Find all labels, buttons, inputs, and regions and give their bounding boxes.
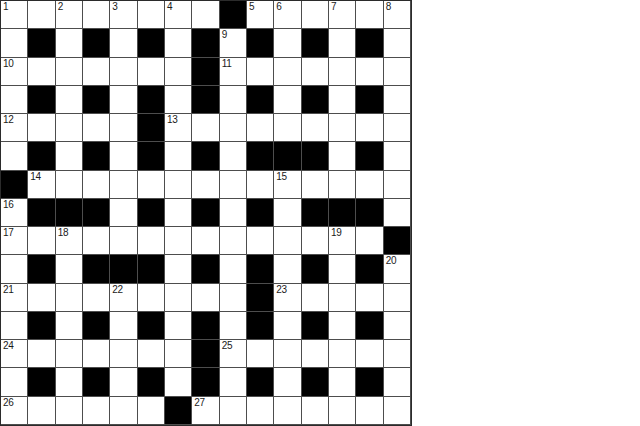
white-cell[interactable]: 9 bbox=[220, 29, 247, 57]
white-cell[interactable] bbox=[28, 397, 55, 425]
white-cell[interactable] bbox=[356, 58, 383, 86]
black-cell bbox=[247, 199, 274, 227]
clue-number: 25 bbox=[222, 340, 233, 351]
black-cell bbox=[220, 1, 247, 29]
white-cell[interactable] bbox=[329, 397, 356, 425]
white-cell[interactable] bbox=[110, 171, 137, 199]
black-cell bbox=[247, 368, 274, 396]
white-cell[interactable] bbox=[220, 199, 247, 227]
black-cell bbox=[138, 29, 165, 57]
white-cell[interactable] bbox=[138, 397, 165, 425]
black-cell bbox=[356, 368, 383, 396]
white-cell[interactable]: 25 bbox=[220, 340, 247, 368]
black-cell bbox=[28, 199, 55, 227]
black-cell bbox=[192, 86, 219, 114]
white-cell[interactable] bbox=[56, 114, 83, 142]
white-cell[interactable] bbox=[356, 397, 383, 425]
white-cell[interactable] bbox=[192, 114, 219, 142]
white-cell[interactable] bbox=[165, 171, 192, 199]
black-cell bbox=[28, 29, 55, 57]
black-cell bbox=[192, 58, 219, 86]
white-cell[interactable] bbox=[192, 227, 219, 255]
white-cell[interactable] bbox=[356, 284, 383, 312]
black-cell bbox=[28, 86, 55, 114]
white-cell[interactable] bbox=[274, 255, 301, 283]
white-cell[interactable]: 23 bbox=[274, 284, 301, 312]
black-cell bbox=[247, 255, 274, 283]
black-cell bbox=[302, 312, 329, 340]
white-cell[interactable] bbox=[138, 171, 165, 199]
white-cell[interactable] bbox=[165, 58, 192, 86]
black-cell bbox=[83, 86, 110, 114]
black-cell bbox=[247, 29, 274, 57]
white-cell[interactable] bbox=[83, 171, 110, 199]
white-cell[interactable] bbox=[302, 114, 329, 142]
white-cell[interactable] bbox=[220, 86, 247, 114]
black-cell bbox=[302, 142, 329, 170]
white-cell[interactable] bbox=[247, 171, 274, 199]
white-cell[interactable] bbox=[274, 227, 301, 255]
black-cell bbox=[138, 255, 165, 283]
white-cell[interactable]: 4 bbox=[165, 1, 192, 29]
black-cell bbox=[247, 142, 274, 170]
black-cell bbox=[28, 368, 55, 396]
black-cell bbox=[247, 86, 274, 114]
white-cell[interactable] bbox=[28, 284, 55, 312]
white-cell[interactable] bbox=[384, 142, 411, 170]
clue-number: 22 bbox=[112, 284, 123, 295]
white-cell[interactable] bbox=[247, 227, 274, 255]
white-cell[interactable]: 13 bbox=[165, 114, 192, 142]
white-cell[interactable] bbox=[384, 29, 411, 57]
white-cell[interactable] bbox=[220, 312, 247, 340]
white-cell[interactable]: 27 bbox=[192, 397, 219, 425]
white-cell[interactable] bbox=[138, 58, 165, 86]
white-cell[interactable] bbox=[56, 58, 83, 86]
white-cell[interactable] bbox=[28, 227, 55, 255]
white-cell[interactable] bbox=[56, 255, 83, 283]
black-cell bbox=[356, 86, 383, 114]
white-cell[interactable] bbox=[384, 171, 411, 199]
white-cell[interactable] bbox=[110, 227, 137, 255]
clue-number: 24 bbox=[3, 340, 14, 351]
white-cell[interactable] bbox=[274, 368, 301, 396]
white-cell[interactable] bbox=[220, 227, 247, 255]
white-cell[interactable]: 21 bbox=[1, 284, 28, 312]
white-cell[interactable] bbox=[220, 284, 247, 312]
white-cell[interactable] bbox=[83, 340, 110, 368]
clue-number: 11 bbox=[222, 58, 232, 69]
black-cell bbox=[192, 340, 219, 368]
white-cell[interactable] bbox=[384, 368, 411, 396]
white-cell[interactable] bbox=[302, 397, 329, 425]
clue-number: 14 bbox=[30, 171, 41, 182]
white-cell[interactable] bbox=[274, 199, 301, 227]
white-cell[interactable] bbox=[1, 368, 28, 396]
black-cell bbox=[138, 199, 165, 227]
black-cell bbox=[302, 199, 329, 227]
white-cell[interactable] bbox=[110, 368, 137, 396]
white-cell[interactable] bbox=[329, 86, 356, 114]
clue-number: 7 bbox=[331, 1, 336, 12]
white-cell[interactable] bbox=[1, 255, 28, 283]
white-cell[interactable]: 24 bbox=[1, 340, 28, 368]
white-cell[interactable] bbox=[384, 199, 411, 227]
clue-number: 27 bbox=[194, 397, 205, 408]
white-cell[interactable] bbox=[302, 340, 329, 368]
white-cell[interactable] bbox=[329, 312, 356, 340]
black-cell bbox=[302, 368, 329, 396]
white-cell[interactable] bbox=[356, 1, 383, 29]
white-cell[interactable] bbox=[165, 142, 192, 170]
white-cell[interactable] bbox=[110, 86, 137, 114]
clue-number: 26 bbox=[3, 397, 14, 408]
black-cell bbox=[192, 142, 219, 170]
black-cell bbox=[28, 142, 55, 170]
white-cell[interactable] bbox=[247, 58, 274, 86]
white-cell[interactable]: 18 bbox=[56, 227, 83, 255]
white-cell[interactable] bbox=[56, 171, 83, 199]
white-cell[interactable]: 16 bbox=[1, 199, 28, 227]
white-cell[interactable] bbox=[56, 312, 83, 340]
black-cell bbox=[274, 142, 301, 170]
black-cell bbox=[192, 368, 219, 396]
white-cell[interactable] bbox=[56, 29, 83, 57]
white-cell[interactable] bbox=[384, 86, 411, 114]
white-cell[interactable] bbox=[1, 142, 28, 170]
white-cell[interactable] bbox=[83, 58, 110, 86]
white-cell[interactable] bbox=[110, 312, 137, 340]
white-cell[interactable] bbox=[356, 227, 383, 255]
white-cell[interactable] bbox=[56, 368, 83, 396]
white-cell[interactable] bbox=[83, 114, 110, 142]
white-cell[interactable] bbox=[384, 114, 411, 142]
white-cell[interactable] bbox=[329, 58, 356, 86]
black-cell bbox=[356, 199, 383, 227]
clue-number: 13 bbox=[167, 114, 178, 125]
clue-number: 17 bbox=[3, 227, 14, 238]
black-cell bbox=[247, 284, 274, 312]
clue-number: 4 bbox=[167, 1, 172, 12]
black-cell bbox=[83, 29, 110, 57]
clue-number: 21 bbox=[3, 284, 14, 295]
white-cell[interactable] bbox=[1, 86, 28, 114]
white-cell[interactable] bbox=[329, 340, 356, 368]
clue-number: 23 bbox=[276, 284, 287, 295]
white-cell[interactable] bbox=[274, 58, 301, 86]
white-cell[interactable]: 3 bbox=[110, 1, 137, 29]
white-cell[interactable] bbox=[384, 397, 411, 425]
white-cell[interactable]: 1 bbox=[1, 1, 28, 29]
white-cell[interactable]: 6 bbox=[274, 1, 301, 29]
white-cell[interactable] bbox=[192, 1, 219, 29]
black-cell bbox=[28, 312, 55, 340]
white-cell[interactable]: 15 bbox=[274, 171, 301, 199]
clue-number: 5 bbox=[249, 1, 254, 12]
white-cell[interactable] bbox=[356, 340, 383, 368]
white-cell[interactable]: 26 bbox=[1, 397, 28, 425]
white-cell[interactable] bbox=[220, 142, 247, 170]
white-cell[interactable] bbox=[329, 171, 356, 199]
white-cell[interactable] bbox=[329, 368, 356, 396]
white-cell[interactable] bbox=[110, 142, 137, 170]
white-cell[interactable] bbox=[83, 397, 110, 425]
black-cell bbox=[83, 142, 110, 170]
white-cell[interactable] bbox=[138, 227, 165, 255]
black-cell bbox=[192, 312, 219, 340]
white-cell[interactable] bbox=[274, 29, 301, 57]
white-cell[interactable] bbox=[165, 227, 192, 255]
white-cell[interactable] bbox=[274, 340, 301, 368]
white-cell[interactable] bbox=[302, 58, 329, 86]
white-cell[interactable] bbox=[329, 284, 356, 312]
white-cell[interactable] bbox=[247, 114, 274, 142]
white-cell[interactable] bbox=[28, 1, 55, 29]
white-cell[interactable] bbox=[247, 397, 274, 425]
white-cell[interactable] bbox=[192, 171, 219, 199]
white-cell[interactable] bbox=[274, 86, 301, 114]
white-cell[interactable] bbox=[165, 312, 192, 340]
clue-number: 10 bbox=[3, 58, 14, 69]
black-cell bbox=[302, 255, 329, 283]
black-cell bbox=[28, 255, 55, 283]
white-cell[interactable] bbox=[329, 29, 356, 57]
white-cell[interactable] bbox=[110, 397, 137, 425]
white-cell[interactable] bbox=[356, 114, 383, 142]
black-cell bbox=[138, 312, 165, 340]
black-cell bbox=[138, 114, 165, 142]
white-cell[interactable] bbox=[110, 114, 137, 142]
black-cell bbox=[56, 199, 83, 227]
black-cell bbox=[83, 312, 110, 340]
black-cell bbox=[356, 29, 383, 57]
white-cell[interactable] bbox=[1, 312, 28, 340]
white-cell[interactable] bbox=[220, 255, 247, 283]
clue-number: 2 bbox=[58, 1, 63, 12]
white-cell[interactable] bbox=[384, 284, 411, 312]
white-cell[interactable] bbox=[329, 255, 356, 283]
black-cell bbox=[356, 142, 383, 170]
white-cell[interactable] bbox=[302, 1, 329, 29]
white-cell[interactable] bbox=[165, 368, 192, 396]
black-cell bbox=[302, 29, 329, 57]
white-cell[interactable] bbox=[56, 284, 83, 312]
white-cell[interactable] bbox=[165, 29, 192, 57]
black-cell bbox=[247, 312, 274, 340]
black-cell bbox=[83, 199, 110, 227]
white-cell[interactable] bbox=[302, 171, 329, 199]
white-cell[interactable] bbox=[274, 114, 301, 142]
white-cell[interactable] bbox=[1, 29, 28, 57]
white-cell[interactable] bbox=[110, 29, 137, 57]
black-cell bbox=[110, 255, 137, 283]
white-cell[interactable] bbox=[192, 284, 219, 312]
black-cell bbox=[192, 255, 219, 283]
clue-number: 12 bbox=[3, 114, 14, 125]
white-cell[interactable]: 8 bbox=[384, 1, 411, 29]
white-cell[interactable] bbox=[302, 284, 329, 312]
white-cell[interactable] bbox=[329, 142, 356, 170]
white-cell[interactable] bbox=[83, 1, 110, 29]
white-cell[interactable] bbox=[220, 114, 247, 142]
clue-number: 8 bbox=[386, 1, 391, 12]
black-cell bbox=[83, 368, 110, 396]
white-cell[interactable] bbox=[247, 340, 274, 368]
white-cell[interactable] bbox=[329, 114, 356, 142]
white-cell[interactable] bbox=[302, 227, 329, 255]
white-cell[interactable] bbox=[138, 340, 165, 368]
white-cell[interactable] bbox=[384, 312, 411, 340]
white-cell[interactable]: 2 bbox=[56, 1, 83, 29]
clue-number: 6 bbox=[276, 1, 281, 12]
black-cell bbox=[192, 29, 219, 57]
clue-number: 19 bbox=[331, 227, 342, 238]
white-cell[interactable] bbox=[165, 86, 192, 114]
black-cell bbox=[329, 199, 356, 227]
clue-number: 1 bbox=[3, 1, 8, 12]
white-cell[interactable] bbox=[165, 199, 192, 227]
white-cell[interactable]: 5 bbox=[247, 1, 274, 29]
white-cell[interactable] bbox=[220, 171, 247, 199]
white-cell[interactable] bbox=[165, 284, 192, 312]
white-cell[interactable] bbox=[56, 86, 83, 114]
white-cell[interactable] bbox=[384, 58, 411, 86]
white-cell[interactable] bbox=[356, 171, 383, 199]
white-cell[interactable] bbox=[274, 312, 301, 340]
clue-number: 9 bbox=[222, 29, 227, 40]
white-cell[interactable]: 7 bbox=[329, 1, 356, 29]
white-cell[interactable]: 20 bbox=[384, 255, 411, 283]
black-cell bbox=[302, 86, 329, 114]
black-cell bbox=[356, 312, 383, 340]
white-cell[interactable] bbox=[110, 340, 137, 368]
clue-number: 15 bbox=[276, 171, 287, 182]
white-cell[interactable] bbox=[165, 340, 192, 368]
white-cell[interactable] bbox=[138, 284, 165, 312]
black-cell bbox=[138, 142, 165, 170]
white-cell[interactable] bbox=[110, 199, 137, 227]
white-cell[interactable] bbox=[28, 340, 55, 368]
white-cell[interactable] bbox=[28, 58, 55, 86]
black-cell bbox=[138, 86, 165, 114]
white-cell[interactable]: 10 bbox=[1, 58, 28, 86]
black-cell bbox=[165, 397, 192, 425]
page: 1234567891011121314151617181920212223242… bbox=[0, 0, 640, 426]
black-cell bbox=[192, 199, 219, 227]
clue-number: 16 bbox=[3, 199, 14, 210]
white-cell[interactable] bbox=[56, 340, 83, 368]
white-cell[interactable] bbox=[384, 340, 411, 368]
clue-number: 20 bbox=[386, 255, 397, 266]
white-cell[interactable] bbox=[83, 284, 110, 312]
white-cell[interactable] bbox=[274, 397, 301, 425]
black-cell bbox=[1, 171, 28, 199]
white-cell[interactable]: 14 bbox=[28, 171, 55, 199]
white-cell[interactable]: 11 bbox=[220, 58, 247, 86]
white-cell[interactable] bbox=[28, 114, 55, 142]
clue-number: 3 bbox=[112, 1, 117, 12]
white-cell[interactable] bbox=[220, 368, 247, 396]
black-cell bbox=[138, 368, 165, 396]
white-cell[interactable]: 12 bbox=[1, 114, 28, 142]
white-cell[interactable]: 17 bbox=[1, 227, 28, 255]
black-cell bbox=[356, 255, 383, 283]
white-cell[interactable] bbox=[110, 58, 137, 86]
white-cell[interactable] bbox=[56, 142, 83, 170]
white-cell[interactable] bbox=[83, 227, 110, 255]
crossword-grid: 1234567891011121314151617181920212223242… bbox=[0, 0, 412, 426]
clue-number: 18 bbox=[58, 227, 69, 238]
white-cell[interactable]: 22 bbox=[110, 284, 137, 312]
white-cell[interactable] bbox=[165, 255, 192, 283]
white-cell[interactable]: 19 bbox=[329, 227, 356, 255]
white-cell[interactable] bbox=[56, 397, 83, 425]
white-cell[interactable] bbox=[220, 397, 247, 425]
black-cell bbox=[83, 255, 110, 283]
white-cell[interactable] bbox=[138, 1, 165, 29]
black-cell bbox=[384, 227, 411, 255]
